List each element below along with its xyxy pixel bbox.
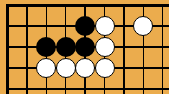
white-stone-d16[interactable] — [56, 58, 76, 78]
grid-line-vertical — [123, 4, 125, 95]
board-edge-left — [6, 4, 9, 95]
grid-line-vertical — [26, 4, 28, 95]
black-stone-d17[interactable] — [56, 37, 76, 57]
grid-line-vertical — [162, 4, 164, 95]
go-board[interactable] — [0, 0, 169, 94]
white-stone-f16[interactable] — [95, 58, 115, 78]
white-stone-h18[interactable] — [133, 16, 153, 36]
board-edge-top — [6, 4, 169, 7]
black-stone-e18[interactable] — [75, 16, 95, 36]
white-stone-c16[interactable] — [36, 58, 56, 78]
white-stone-f18[interactable] — [95, 16, 115, 36]
black-stone-e17[interactable] — [75, 37, 95, 57]
black-stone-c17[interactable] — [36, 37, 56, 57]
white-stone-f17[interactable] — [95, 37, 115, 57]
grid-line-horizontal — [6, 88, 169, 90]
white-stone-e16[interactable] — [75, 58, 95, 78]
